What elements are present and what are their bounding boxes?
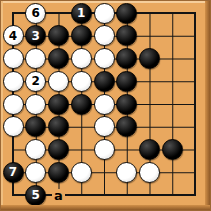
white-stone — [25, 48, 46, 69]
intersection-r4-c3[interactable] — [70, 93, 93, 116]
intersection-r1-c0[interactable]: 4 — [2, 24, 25, 47]
intersection-r7-c6[interactable] — [138, 161, 161, 184]
intersection-r4-c7[interactable] — [161, 93, 184, 116]
black-stone — [48, 25, 69, 46]
intersection-r1-c1[interactable]: 3 — [24, 24, 47, 47]
intersection-r5-c2[interactable] — [47, 115, 70, 138]
white-stone — [71, 71, 92, 92]
intersection-r0-c7[interactable] — [161, 2, 184, 25]
intersection-r6-c7[interactable] — [161, 138, 184, 161]
intersection-r4-c0[interactable] — [2, 93, 25, 116]
intersection-r1-c3[interactable] — [70, 24, 93, 47]
intersection-r2-c4[interactable] — [93, 47, 116, 70]
intersection-r8-c3[interactable] — [70, 184, 93, 207]
black-stone-move-5: 5 — [25, 185, 46, 206]
intersection-r6-c4[interactable] — [93, 138, 116, 161]
intersection-r1-c8[interactable] — [184, 24, 207, 47]
intersection-r0-c3[interactable]: 1 — [70, 2, 93, 25]
intersection-r5-c4[interactable] — [93, 115, 116, 138]
black-stone — [48, 162, 69, 183]
black-stone — [116, 48, 137, 69]
intersection-r0-c1[interactable]: 6 — [24, 2, 47, 25]
intersection-r0-c8[interactable] — [184, 2, 207, 25]
intersection-r5-c0[interactable] — [2, 115, 25, 138]
intersection-r5-c3[interactable] — [70, 115, 93, 138]
intersection-r5-c8[interactable] — [184, 115, 207, 138]
white-stone — [94, 116, 115, 137]
intersection-r2-c5[interactable] — [115, 47, 138, 70]
intersection-r5-c1[interactable] — [24, 115, 47, 138]
black-stone — [139, 48, 160, 69]
white-stone — [94, 3, 115, 24]
white-stone — [25, 162, 46, 183]
black-stone-move-1: 1 — [71, 3, 92, 24]
black-stone — [116, 94, 137, 115]
intersection-r2-c1[interactable] — [24, 47, 47, 70]
intersection-r3-c4[interactable] — [93, 70, 116, 93]
intersection-r7-c1[interactable] — [24, 161, 47, 184]
intersection-r2-c8[interactable] — [184, 47, 207, 70]
intersection-r6-c1[interactable] — [24, 138, 47, 161]
intersection-r8-c6[interactable] — [138, 184, 161, 207]
intersection-r7-c3[interactable] — [70, 161, 93, 184]
white-stone-move-2: 2 — [25, 71, 46, 92]
intersection-r8-c1[interactable]: 5 — [24, 184, 47, 207]
white-stone — [94, 139, 115, 160]
black-stone — [116, 71, 137, 92]
black-stone — [116, 3, 137, 24]
black-stone — [48, 139, 69, 160]
white-stone — [71, 162, 92, 183]
black-stone — [71, 94, 92, 115]
white-stone — [3, 116, 24, 137]
black-stone-move-3: 3 — [25, 25, 46, 46]
intersection-r3-c3[interactable] — [70, 70, 93, 93]
intersection-r6-c8[interactable] — [184, 138, 207, 161]
intersection-r0-c5[interactable] — [115, 2, 138, 25]
intersection-r7-c8[interactable] — [184, 161, 207, 184]
white-stone — [94, 48, 115, 69]
black-stone — [48, 116, 69, 137]
intersection-r0-c2[interactable] — [47, 2, 70, 25]
intersection-r7-c7[interactable] — [161, 161, 184, 184]
black-stone — [116, 116, 137, 137]
intersection-r2-c3[interactable] — [70, 47, 93, 70]
intersection-r0-c6[interactable] — [138, 2, 161, 25]
intersection-r8-c7[interactable] — [161, 184, 184, 207]
go-board-grid: 6143275a — [2, 2, 207, 207]
board-bevel-right — [205, 1, 210, 210]
intersection-r6-c2[interactable] — [47, 138, 70, 161]
white-stone — [3, 71, 24, 92]
white-stone-move-6: 6 — [25, 3, 46, 24]
black-stone — [162, 139, 183, 160]
intersection-r6-c3[interactable] — [70, 138, 93, 161]
intersection-r5-c7[interactable] — [161, 115, 184, 138]
intersection-r1-c4[interactable] — [93, 24, 116, 47]
intersection-r4-c1[interactable] — [24, 93, 47, 116]
black-stone — [48, 94, 69, 115]
intersection-r3-c1[interactable]: 2 — [24, 70, 47, 93]
intersection-r8-c4[interactable] — [93, 184, 116, 207]
intersection-r2-c2[interactable] — [47, 47, 70, 70]
intersection-r3-c5[interactable] — [115, 70, 138, 93]
black-stone — [48, 48, 69, 69]
intersection-r6-c5[interactable] — [115, 138, 138, 161]
intersection-r1-c6[interactable] — [138, 24, 161, 47]
intersection-r6-c6[interactable] — [138, 138, 161, 161]
intersection-r3-c2[interactable] — [47, 70, 70, 93]
intersection-r3-c8[interactable] — [184, 70, 207, 93]
white-stone — [3, 94, 24, 115]
board-bevel-left — [1, 1, 3, 210]
intersection-r8-c2[interactable]: a — [47, 184, 70, 207]
white-stone — [94, 25, 115, 46]
white-stone-move-4: 4 — [3, 25, 24, 46]
white-stone — [116, 162, 137, 183]
black-stone — [25, 116, 46, 137]
intersection-r4-c8[interactable] — [184, 93, 207, 116]
intersection-r2-c0[interactable] — [2, 47, 25, 70]
intersection-r4-c6[interactable] — [138, 93, 161, 116]
board-bevel-top — [1, 1, 210, 3]
intersection-r1-c5[interactable] — [115, 24, 138, 47]
board-bevel-bottom — [1, 205, 210, 210]
white-stone — [25, 139, 46, 160]
intersection-r0-c0[interactable] — [2, 2, 25, 25]
intersection-r8-c5[interactable] — [115, 184, 138, 207]
white-stone — [139, 162, 160, 183]
white-stone — [94, 94, 115, 115]
white-stone — [3, 48, 24, 69]
point-label-a: a — [52, 189, 65, 202]
intersection-r5-c5[interactable] — [115, 115, 138, 138]
intersection-r4-c2[interactable] — [47, 93, 70, 116]
intersection-r0-c4[interactable] — [93, 2, 116, 25]
intersection-r7-c5[interactable] — [115, 161, 138, 184]
black-stone — [116, 25, 137, 46]
intersection-r4-c4[interactable] — [93, 93, 116, 116]
black-stone — [94, 71, 115, 92]
white-stone — [25, 94, 46, 115]
intersection-r3-c0[interactable] — [2, 70, 25, 93]
intersection-r3-c7[interactable] — [161, 70, 184, 93]
black-stone — [71, 25, 92, 46]
intersection-r6-c0[interactable] — [2, 138, 25, 161]
intersection-r8-c8[interactable] — [184, 184, 207, 207]
go-board: 6143275a — [0, 0, 211, 211]
intersection-r7-c2[interactable] — [47, 161, 70, 184]
intersection-r1-c7[interactable] — [161, 24, 184, 47]
intersection-r3-c6[interactable] — [138, 70, 161, 93]
white-stone — [71, 48, 92, 69]
intersection-r2-c6[interactable] — [138, 47, 161, 70]
intersection-r2-c7[interactable] — [161, 47, 184, 70]
intersection-r5-c6[interactable] — [138, 115, 161, 138]
white-stone — [48, 71, 69, 92]
black-stone — [139, 139, 160, 160]
intersection-r7-c4[interactable] — [93, 161, 116, 184]
intersection-r1-c2[interactable] — [47, 24, 70, 47]
black-stone-move-7: 7 — [3, 162, 24, 183]
intersection-r7-c0[interactable]: 7 — [2, 161, 25, 184]
intersection-r8-c0[interactable] — [2, 184, 25, 207]
intersection-r4-c5[interactable] — [115, 93, 138, 116]
